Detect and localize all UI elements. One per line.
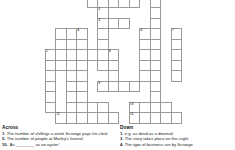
across-clue-list: 1. The number of shillings a week Scroog… <box>2 131 116 147</box>
down-clues-section: Down 1. e.g. as dead as a doornail3. The… <box>120 125 233 147</box>
grid-cell[interactable] <box>118 18 130 30</box>
cell-number: 9 <box>99 82 101 85</box>
clue-number: 1. <box>2 131 7 136</box>
cell-number: 8 <box>109 50 111 53</box>
cell-number: 7 <box>172 29 174 32</box>
grid-cell[interactable] <box>129 81 141 93</box>
crossword-puzzle-page: { "game": "crossword", "position": { "co… <box>0 0 235 150</box>
clue-number: 3. <box>120 136 125 141</box>
clue-number: 1. <box>120 131 125 136</box>
cell-number: 4 <box>78 29 80 32</box>
cell-number: 3 <box>151 0 153 1</box>
grid-cell[interactable] <box>108 112 120 124</box>
grid-cell[interactable] <box>171 70 183 82</box>
grid-cell[interactable] <box>129 0 141 8</box>
cell-number: 6 <box>141 29 143 32</box>
cell-number: 1 <box>46 50 48 53</box>
clue-number: 4. <box>120 142 125 147</box>
cell-number: 11 <box>57 113 60 116</box>
down-clue-list: 1. e.g. as dead as a doornail3. The stor… <box>120 131 233 147</box>
crossword-grid[interactable]: 325467189101112 <box>3 0 234 123</box>
clue-line: 4. The type of business run by Scrooge <box>120 142 233 147</box>
cell-number: 12 <box>130 113 133 116</box>
grid-cell[interactable] <box>171 112 183 124</box>
clue-number: 10. <box>2 142 9 147</box>
clue-line: 10. 'As ________ as an oyster' <box>2 142 116 147</box>
across-clues-section: Across 1. The number of shillings a week… <box>2 125 116 147</box>
clue-number: 5. <box>2 136 7 141</box>
cell-number: 2 <box>99 8 101 11</box>
cell-number: 10 <box>130 103 133 106</box>
cell-number: 5 <box>99 19 101 22</box>
